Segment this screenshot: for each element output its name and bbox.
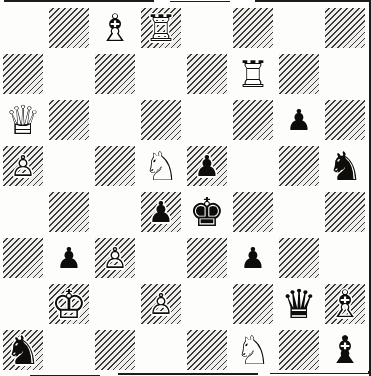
square-b5[interactable]	[46, 143, 92, 189]
piece-white-pawn-a5[interactable]: ♙	[10, 152, 36, 181]
square-c6[interactable]	[92, 97, 138, 143]
square-e7[interactable]	[186, 53, 228, 95]
square-d3[interactable]	[138, 235, 184, 281]
piece-black-pawn-f3[interactable]: ♟	[240, 244, 266, 273]
square-b1[interactable]	[46, 327, 92, 373]
square-b6[interactable]	[48, 99, 90, 141]
square-h6[interactable]	[324, 99, 366, 141]
square-f1[interactable]: ♘	[230, 327, 276, 373]
square-b2[interactable]: ♔	[48, 283, 90, 325]
square-e3[interactable]	[186, 237, 228, 279]
piece-white-bishop-c8[interactable]: ♗	[98, 9, 132, 47]
square-g5[interactable]	[278, 145, 320, 187]
square-e4[interactable]: ♚	[184, 189, 230, 235]
square-g7[interactable]	[278, 53, 320, 95]
square-d8[interactable]: ♖	[140, 7, 182, 49]
square-d4[interactable]: ♟	[140, 191, 182, 233]
square-d7[interactable]	[138, 51, 184, 97]
square-f4[interactable]	[232, 191, 274, 233]
square-h7[interactable]	[322, 51, 368, 97]
chess-diagram: { "game": "chess", "diagram_style": "vin…	[0, 0, 371, 376]
square-c5[interactable]	[94, 145, 136, 187]
square-c7[interactable]	[94, 53, 136, 95]
piece-black-bishop-h1[interactable]: ♝	[328, 331, 362, 369]
piece-white-queen-a6[interactable]: ♕	[5, 100, 41, 140]
piece-white-rook-d8[interactable]: ♖	[144, 10, 177, 47]
square-g4[interactable]	[276, 189, 322, 235]
square-g8[interactable]	[276, 5, 322, 51]
square-c4[interactable]	[92, 189, 138, 235]
square-e6[interactable]	[184, 97, 230, 143]
square-a5[interactable]: ♙	[2, 145, 44, 187]
square-e2[interactable]	[184, 281, 230, 327]
square-a7[interactable]	[2, 53, 44, 95]
piece-white-king-b2[interactable]: ♔	[51, 284, 87, 324]
piece-black-pawn-b3[interactable]: ♟	[56, 244, 82, 273]
square-c1[interactable]	[94, 329, 136, 371]
square-a1[interactable]: ♞	[2, 329, 44, 371]
piece-white-bishop-h2[interactable]: ♗	[328, 285, 362, 323]
piece-black-pawn-d4[interactable]: ♟	[148, 198, 174, 227]
border-top-line-3	[255, 0, 371, 2]
border-bottom-line	[118, 373, 258, 375]
piece-white-pawn-c3[interactable]: ♙	[102, 244, 128, 273]
square-a4[interactable]	[0, 189, 46, 235]
square-a8[interactable]	[0, 5, 46, 51]
square-f3[interactable]: ♟	[230, 235, 276, 281]
square-c2[interactable]	[92, 281, 138, 327]
square-b7[interactable]	[46, 51, 92, 97]
square-b3[interactable]: ♟	[46, 235, 92, 281]
square-e1[interactable]	[186, 329, 228, 371]
square-g2[interactable]: ♛	[276, 281, 322, 327]
square-d2[interactable]: ♙	[140, 283, 182, 325]
piece-black-queen-g2[interactable]: ♛	[281, 284, 317, 324]
chess-board: ♗♖♖♕♟♙♘♟♞♟♚♟♙♟♔♙♛♗♞♘♝	[0, 5, 368, 373]
piece-white-knight-f1[interactable]: ♘	[235, 330, 271, 370]
piece-black-knight-h5[interactable]: ♞	[327, 146, 363, 186]
square-h4[interactable]	[324, 191, 366, 233]
piece-black-king-e4[interactable]: ♚	[189, 192, 225, 232]
square-e8[interactable]	[184, 5, 230, 51]
piece-white-knight-d5[interactable]: ♘	[143, 146, 179, 186]
square-h5[interactable]: ♞	[322, 143, 368, 189]
square-g1[interactable]	[278, 329, 320, 371]
border-top-line-2	[170, 1, 230, 2]
square-f8[interactable]	[232, 7, 274, 49]
square-b8[interactable]	[48, 7, 90, 49]
square-f6[interactable]	[232, 99, 274, 141]
square-f2[interactable]	[232, 283, 274, 325]
square-g6[interactable]: ♟	[276, 97, 322, 143]
piece-black-pawn-g6[interactable]: ♟	[286, 106, 312, 135]
square-d5[interactable]: ♘	[138, 143, 184, 189]
square-b4[interactable]	[48, 191, 90, 233]
border-top-line	[4, 0, 154, 2]
piece-black-pawn-e5[interactable]: ♟	[194, 152, 220, 181]
piece-white-rook-f7[interactable]: ♖	[236, 56, 269, 93]
square-c8[interactable]: ♗	[92, 5, 138, 51]
square-h3[interactable]	[322, 235, 368, 281]
square-f5[interactable]	[230, 143, 276, 189]
square-d6[interactable]	[140, 99, 182, 141]
piece-black-knight-a1[interactable]: ♞	[5, 330, 41, 370]
square-h2[interactable]: ♗	[324, 283, 366, 325]
square-a3[interactable]	[2, 237, 44, 279]
square-h8[interactable]	[324, 7, 366, 49]
square-d1[interactable]	[138, 327, 184, 373]
square-a2[interactable]	[0, 281, 46, 327]
piece-white-pawn-d2[interactable]: ♙	[148, 290, 174, 319]
square-g3[interactable]	[278, 237, 320, 279]
square-e5[interactable]: ♟	[186, 145, 228, 187]
square-a6[interactable]: ♕	[0, 97, 46, 143]
square-c3[interactable]: ♙	[94, 237, 136, 279]
square-f7[interactable]: ♖	[230, 51, 276, 97]
square-h1[interactable]: ♝	[322, 327, 368, 373]
